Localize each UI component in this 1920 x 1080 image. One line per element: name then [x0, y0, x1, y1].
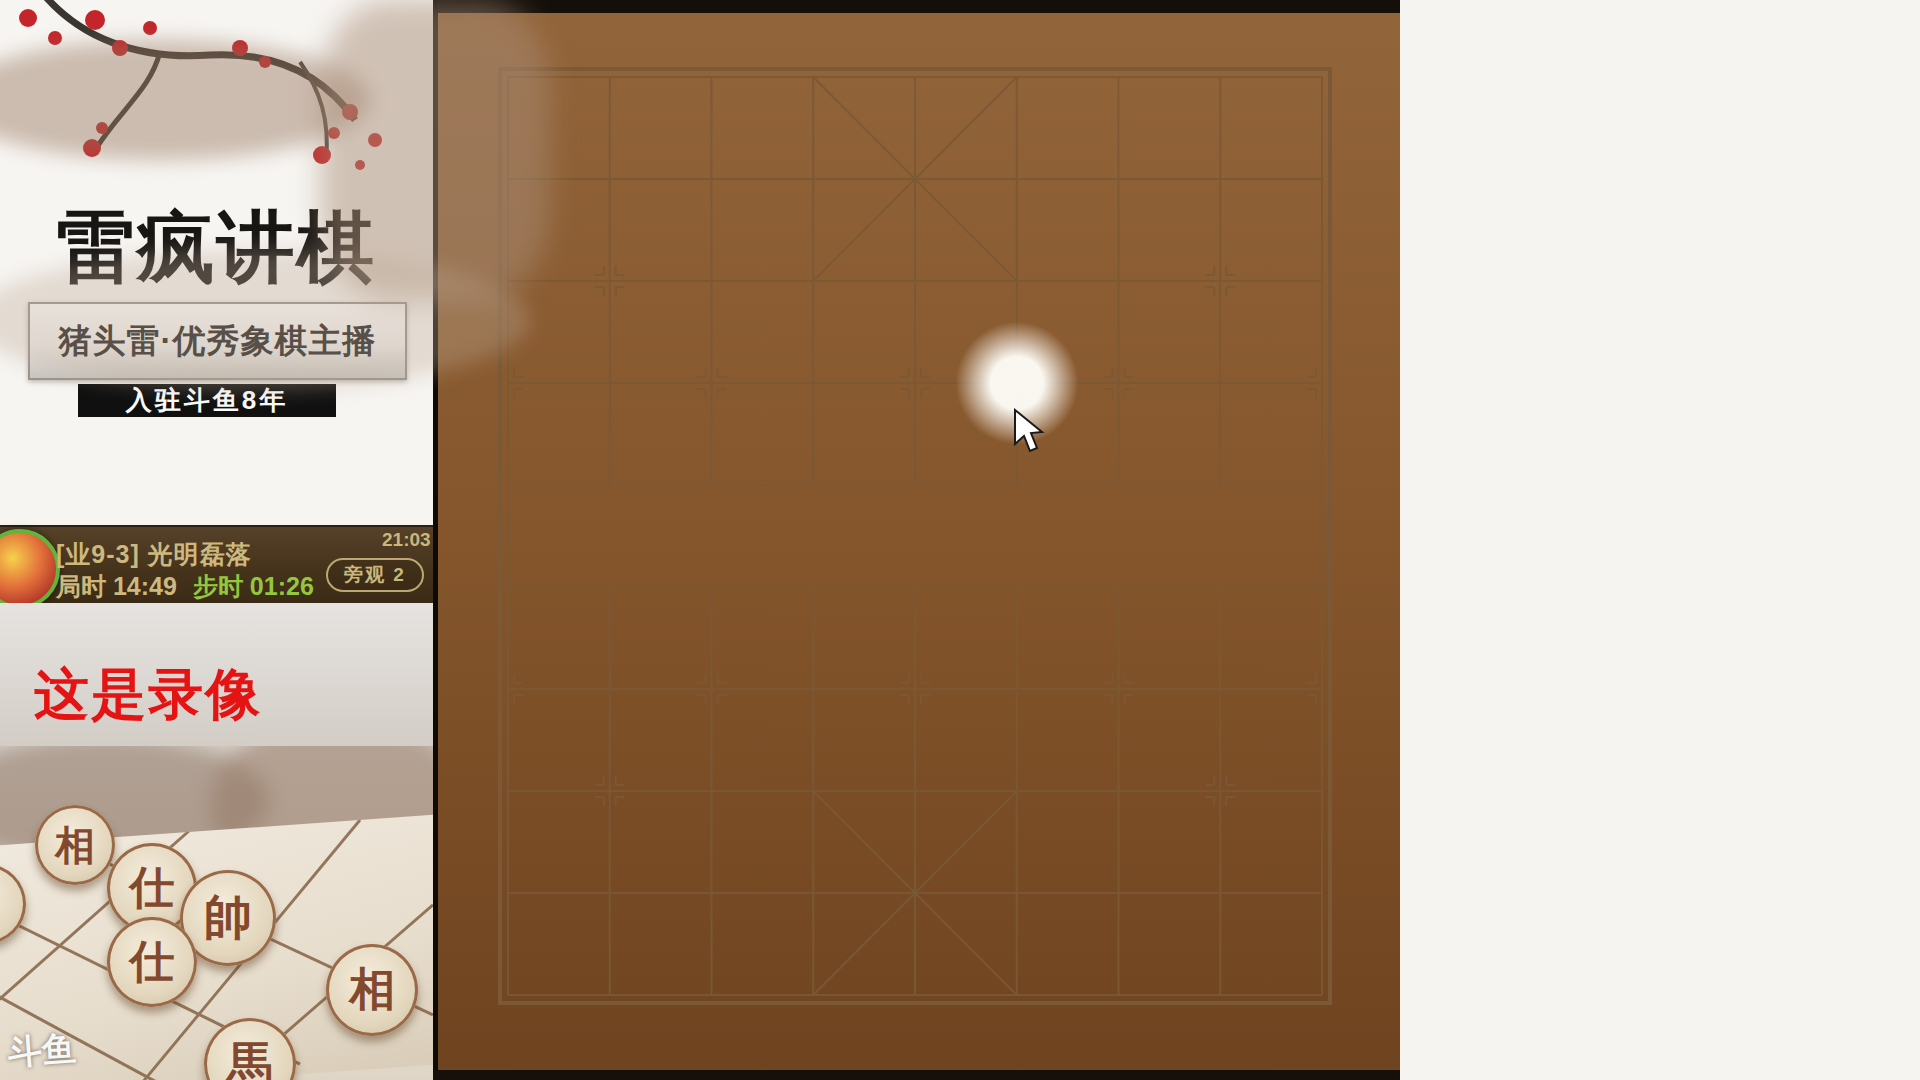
time-info: 局时 14:49步时 01:26 — [56, 570, 314, 603]
recording-note: 这是录像 — [34, 658, 262, 732]
step-time: 步时 01:26 — [193, 572, 314, 600]
match-clock: 21:03 — [382, 529, 431, 551]
board-grid — [433, 0, 1400, 1080]
game-time: 局时 14:49 — [56, 572, 177, 600]
board-top-edge — [433, 0, 1400, 13]
douyu-watermark: 斗鱼 — [6, 1026, 77, 1077]
mouse-cursor — [1011, 408, 1051, 454]
photo-piece-相: 相 — [35, 805, 115, 885]
opponent-name: [业9-3] 光明磊落 — [56, 538, 252, 571]
photo-piece-相: 相 — [326, 944, 418, 1036]
spectate-button[interactable]: 旁观 2 — [326, 558, 424, 592]
board-bottom-edge — [433, 1070, 1400, 1080]
photo-piece-仕: 仕 — [107, 917, 197, 1007]
stream-screenshot: 雷疯讲棋 猪头雷·优秀象棋主播 入驻斗鱼8年 21:03 [业9-3] 光明磊落… — [0, 0, 1920, 1080]
xiangqi-board-panel: 楚河 漢界 車象士將士車炮馬象馬炮卒卒卒卒卒車兵馬兵兵兵兵炮馬炮車相仕帥仕相 — [433, 0, 1400, 1080]
